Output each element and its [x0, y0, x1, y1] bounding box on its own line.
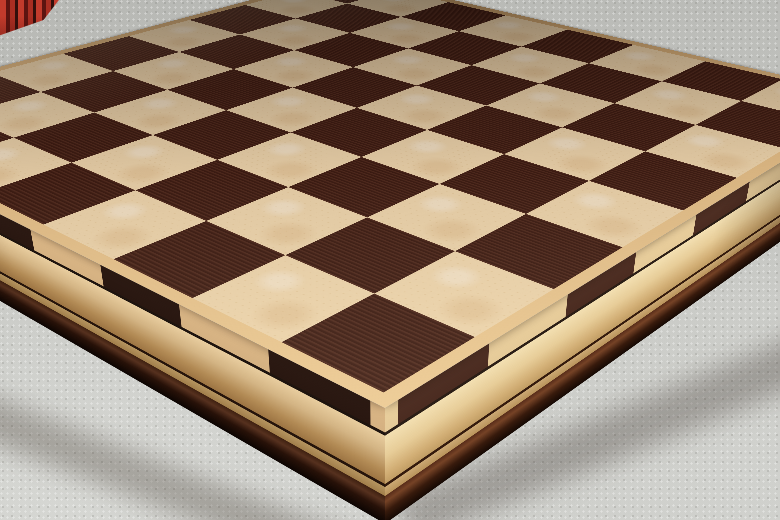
chessboard — [0, 0, 780, 520]
scene — [0, 0, 780, 520]
board-3d-body — [0, 0, 780, 408]
